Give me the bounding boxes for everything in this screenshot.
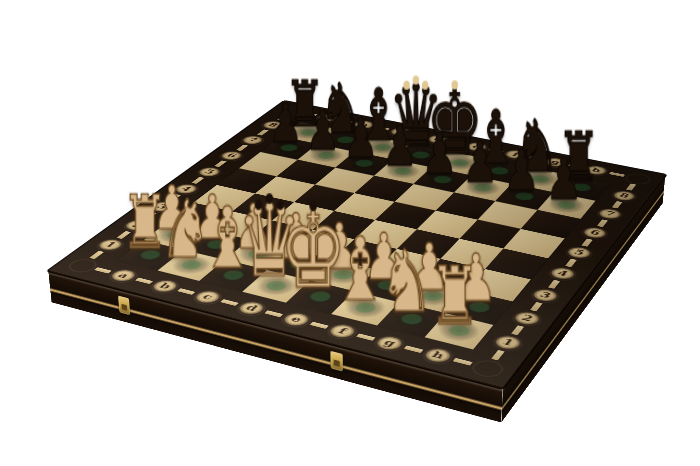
file-label-front-c: c [191,289,224,305]
frame-inlay-strip [310,322,329,329]
brass-clasp-left [118,296,130,316]
file-label-front-h: h [421,346,455,364]
piece-glyph: ♟ [503,143,540,200]
file-label-front-f: f [325,323,359,340]
frame-inlay-strip [257,129,269,135]
frame-inlay-strip [548,280,560,289]
frame-inlay-strip [404,345,424,353]
file-label-front-g: g [373,334,407,352]
piece-glyph: ♟ [305,104,340,158]
file-label-front-e: e [280,311,314,328]
piece-glyph: ♟ [545,151,582,209]
piece-black-P-e7[interactable]: ♟ [421,127,457,183]
piece-black-P-b7[interactable]: ♟ [305,104,340,158]
frame-inlay-strip [530,302,543,311]
frame-inlay-strip [135,278,153,285]
piece-glyph: ♞ [379,240,434,325]
frame-inlay-strip [236,145,248,151]
piece-white-R-h1[interactable]: ♜ [429,256,480,336]
piece-glyph: ♟ [382,119,418,175]
chess-board: aabbccddeeffgghh1122334455667788 ♜♞♝♛♚♝♞… [48,101,665,389]
piece-black-P-f7[interactable]: ♟ [462,135,498,192]
frame-inlay-strip [89,251,104,259]
rank-label-right-4: 4 [547,266,577,281]
piece-glyph: ♜ [429,256,480,336]
rank-label-right-7: 7 [596,207,624,220]
frame-inlay-strip [177,288,195,295]
frame-inlay-strip [491,350,505,361]
frame-inlay-strip [220,299,239,306]
frame-inlay-strip [356,333,375,340]
piece-black-P-d7[interactable]: ♟ [382,119,418,175]
frame-inlay-strip [612,201,623,208]
rank-label-right-1: 1 [491,334,524,352]
piece-glyph: ♟ [421,127,457,183]
piece-black-P-g7[interactable]: ♟ [503,143,540,200]
piece-glyph: ♟ [343,112,378,167]
frame-inlay-strip [264,310,283,317]
frame-inlay-strip [453,358,473,366]
frame-inlay-strip [214,160,227,167]
rank-label-right-8: 8 [611,190,638,203]
rank-label-right-2: 2 [511,310,543,327]
piece-black-P-h7[interactable]: ♟ [545,151,582,209]
piece-black-P-c7[interactable]: ♟ [343,112,378,167]
piece-white-N-g1[interactable]: ♞ [379,240,434,325]
frame-inlay-strip [597,219,608,227]
frame-inlay-strip [511,325,524,335]
product-photo-stage: aabbccddeeffgghh1122334455667788 ♜♞♝♛♚♝♞… [0,0,700,466]
rank-label-right-3: 3 [530,287,561,303]
frame-inlay-strip [609,172,625,177]
rank-label-right-6: 6 [580,226,609,240]
piece-glyph: ♟ [268,97,302,151]
frame-inlay-strip [94,267,112,273]
frame-inlay-strip [581,239,592,247]
brass-clasp-right [330,351,342,372]
piece-black-P-a7[interactable]: ♟ [268,97,302,151]
frame-inlay-strip [626,183,636,190]
frame-inlay-strip [565,259,577,268]
file-label-front-d: d [235,300,268,316]
rank-label-right-5: 5 [564,245,593,259]
piece-glyph: ♟ [462,135,498,192]
